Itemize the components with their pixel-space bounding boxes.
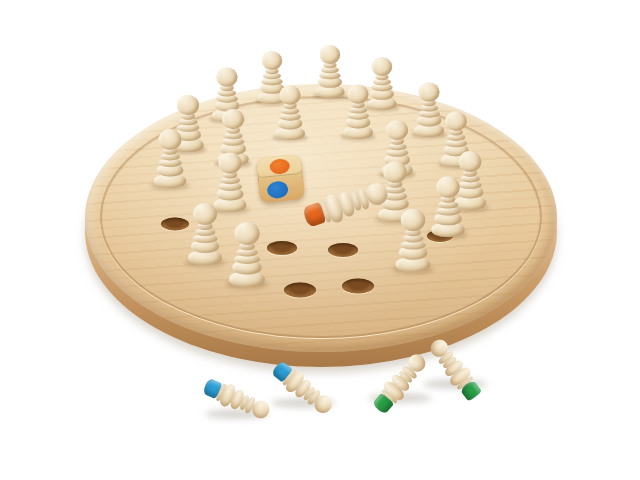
board-hole [342,279,374,294]
peg-head [401,209,425,231]
peg-head [386,120,408,140]
standing-peg[interactable] [186,203,224,265]
peg-head [222,109,244,129]
lying-peg-green[interactable] [369,349,432,417]
die-orange-dot [269,158,290,175]
standing-peg[interactable] [341,84,374,139]
standing-peg[interactable] [227,222,267,287]
board-hole [284,283,316,298]
peg-head [436,176,460,198]
peg-head [218,152,241,173]
peg-head [445,111,467,131]
peg-head [234,222,259,245]
lying-peg-blue[interactable] [269,357,338,419]
peg-head [177,95,199,115]
peg-head [262,51,282,70]
standing-peg[interactable] [273,85,306,140]
peg-head [159,129,182,150]
standing-peg[interactable] [152,129,188,188]
peg-head [372,57,392,76]
peg-head [383,161,407,183]
die-blue-dot [266,180,289,199]
lying-peg-green[interactable] [425,334,486,403]
board-hole [267,241,297,255]
board-hole [161,218,189,231]
peg-head [459,151,482,172]
standing-peg[interactable] [429,176,466,237]
lying-peg-orange[interactable] [300,176,391,231]
peg-head [418,82,439,101]
peg-head [320,45,340,64]
peg-head [279,85,300,104]
peg-head [347,84,368,103]
pieces-layer [0,0,640,480]
memory-game-product-photo [0,0,640,480]
standing-peg[interactable] [394,209,433,272]
color-die[interactable] [256,154,305,203]
board-hole [328,243,358,257]
peg-head [193,203,217,225]
die-front-face [258,175,305,204]
peg-head [216,67,237,86]
